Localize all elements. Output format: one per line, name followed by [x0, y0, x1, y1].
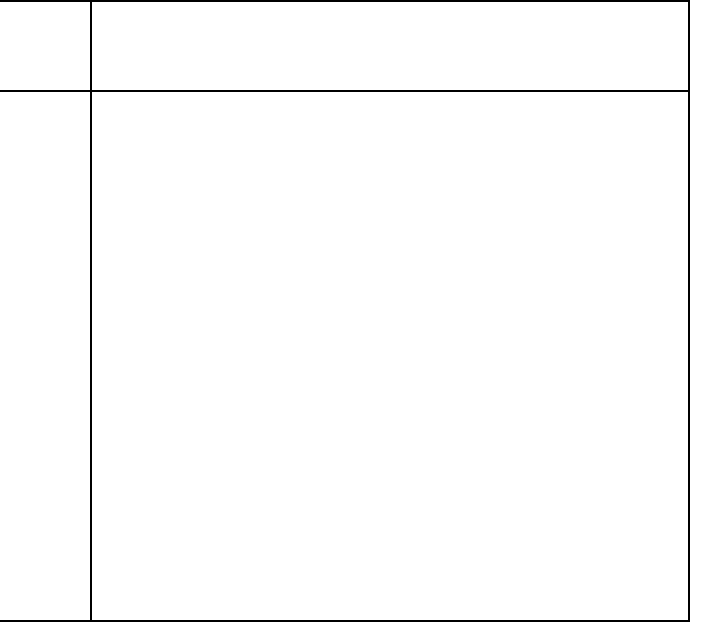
corner-watermark-text — [0, 0, 90, 92]
puzzle-grid — [90, 90, 688, 620]
border-right — [688, 0, 690, 622]
corner-watermark — [0, 0, 90, 92]
row-clues-band — [0, 90, 90, 620]
right-margin — [690, 0, 707, 622]
nonogram-puzzle — [0, 0, 707, 622]
column-clues-band — [90, 0, 688, 90]
